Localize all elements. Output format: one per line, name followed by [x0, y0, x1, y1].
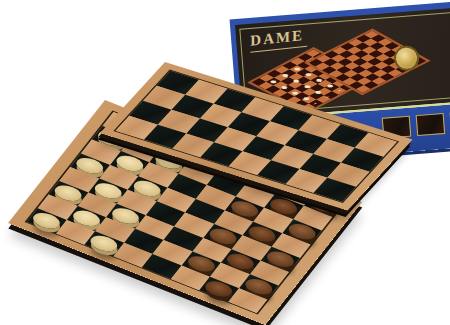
box-thumbnail [416, 113, 446, 136]
product-photo-checkers-set: DAME [0, 0, 450, 325]
box-title: DAME [250, 27, 307, 53]
